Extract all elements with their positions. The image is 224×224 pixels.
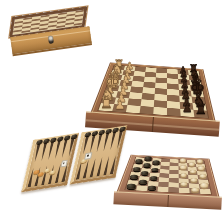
backgammon-point [53,139,61,159]
checkers-square [157,186,168,192]
backgammon-point [33,143,41,163]
chess-square [126,105,141,113]
backgammon-point [103,156,111,176]
checkers-square [168,187,179,193]
clasp-icon [48,35,54,44]
checkers-board-view [112,130,224,210]
chess-grid [98,65,208,118]
closed-box [9,6,92,55]
backgammon-point [67,137,75,157]
backgammon-point [102,132,110,152]
chess-square [180,109,194,117]
chess-square [167,108,181,116]
checkers-grid [125,157,211,194]
checkers-square [200,189,211,195]
backgammon-point [89,158,97,178]
chess-square [153,107,167,115]
backgammon-point [95,133,103,153]
chess-square [193,110,208,118]
backgammon-point [60,138,68,158]
checkers-square [179,188,190,194]
chess-board-view [84,0,224,134]
chess-square [140,106,154,114]
backgammon-point [96,157,104,177]
backgammon-dark-checker [71,134,78,139]
product-photo [0,0,224,224]
backgammon-point [47,140,55,160]
checkers-square [147,186,158,192]
backgammon-point [88,134,96,154]
backgammon-point [40,142,48,162]
